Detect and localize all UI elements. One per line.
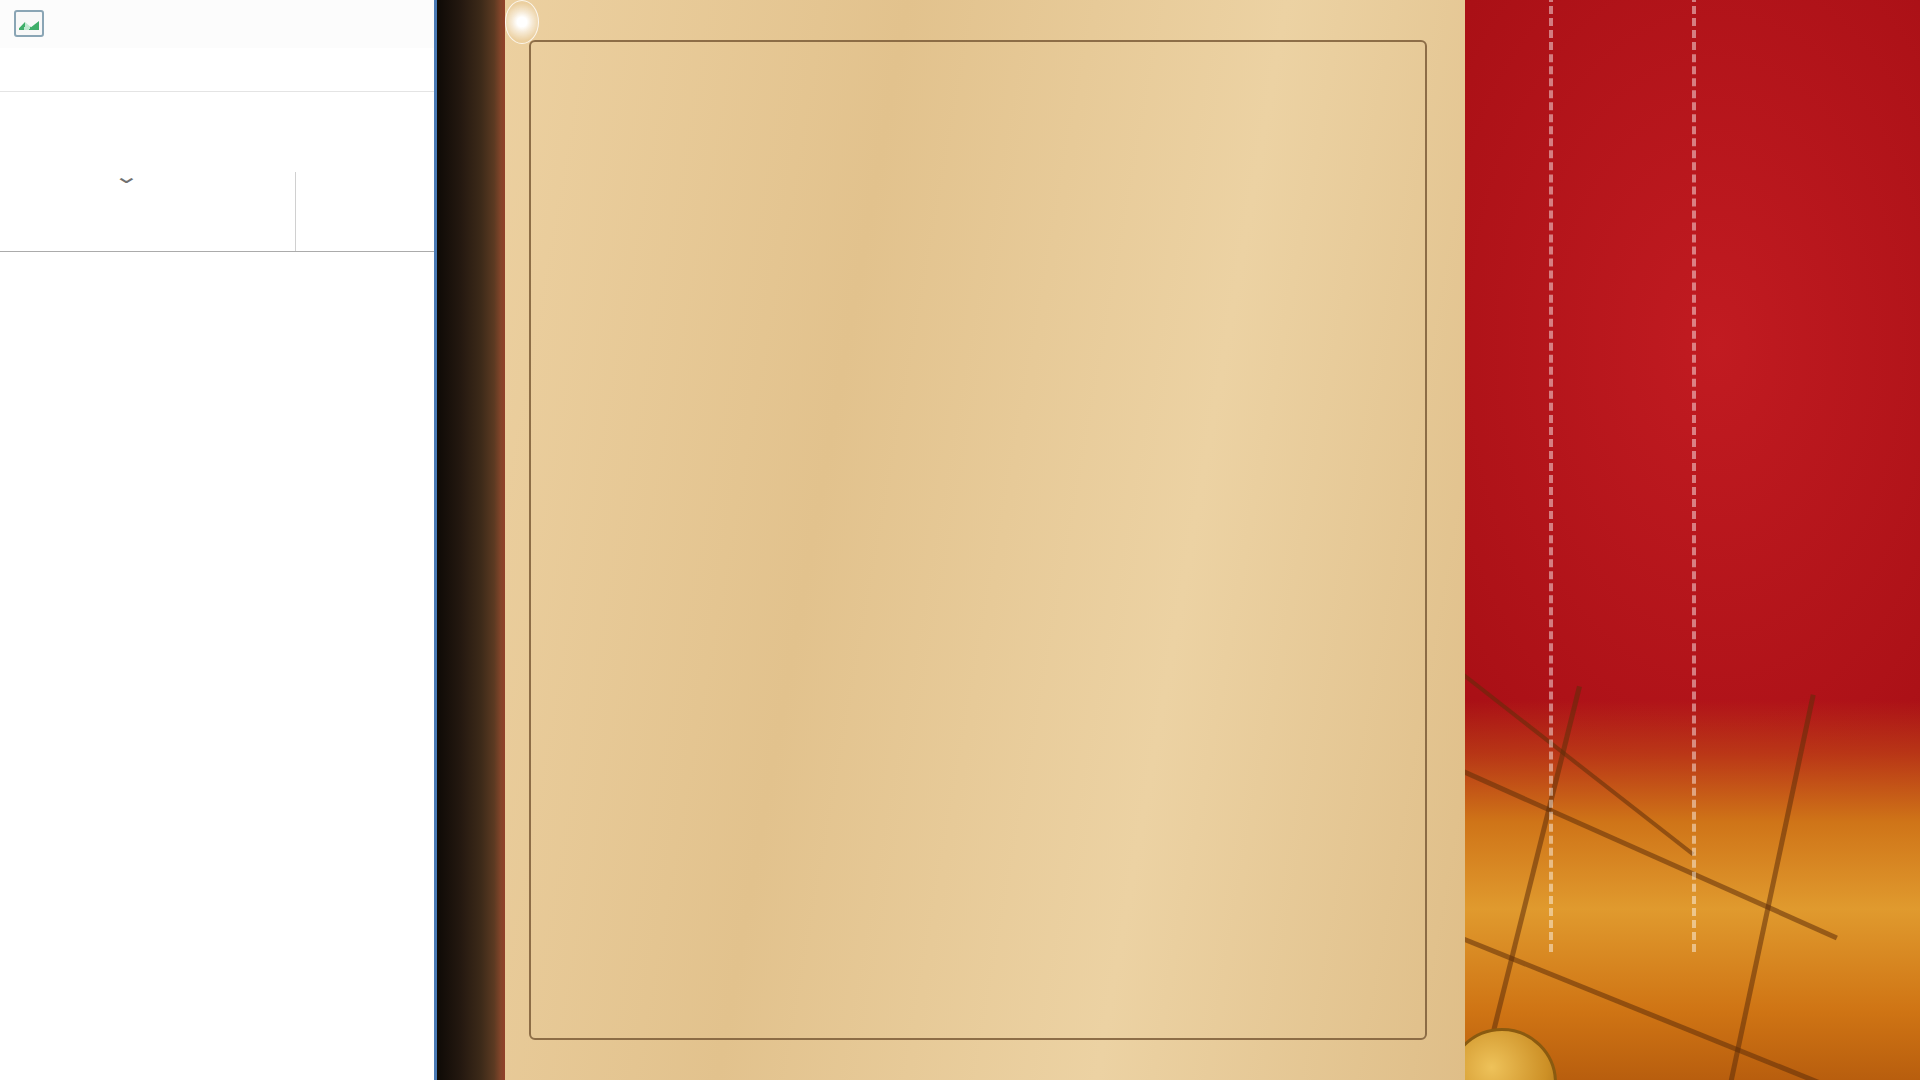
xiangqi-board[interactable] [505, 0, 1465, 1080]
board-frame-edge [437, 0, 505, 1080]
column-divider [295, 172, 296, 252]
board-inner-frame [529, 40, 1427, 1040]
selection-dot [505, 0, 539, 44]
menu-bar [0, 58, 434, 92]
dashed-divider-mid [1692, 0, 1696, 952]
task-manager-window: ⌄ [0, 0, 437, 1080]
task-manager-icon [14, 10, 44, 37]
process-list [0, 252, 434, 1080]
dashed-divider-left [1549, 0, 1553, 952]
title-bar[interactable] [0, 0, 434, 48]
stream-banner [1465, 0, 1920, 1080]
tab-strip [0, 100, 434, 146]
list-header: ⌄ [0, 146, 434, 252]
screen: ⌄ [0, 0, 1920, 1080]
chevron-down-icon[interactable]: ⌄ [113, 164, 140, 188]
